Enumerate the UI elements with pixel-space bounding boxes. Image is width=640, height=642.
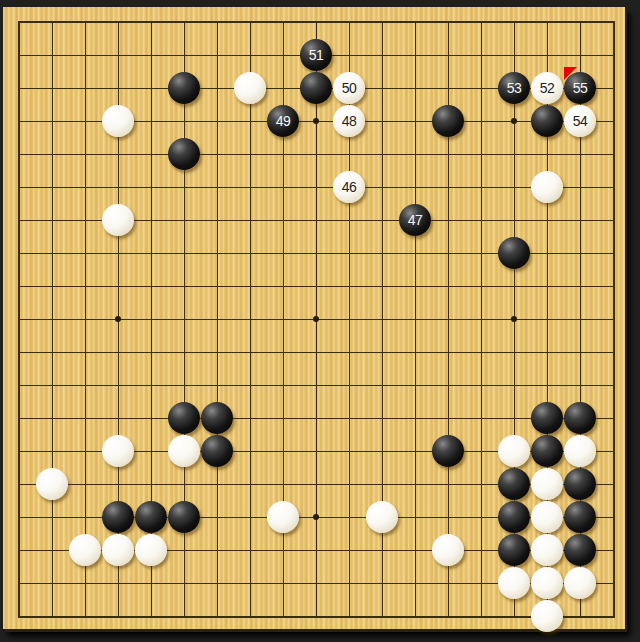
stone-black: [498, 501, 530, 533]
stone-white: [135, 534, 167, 566]
stone-black: [498, 534, 530, 566]
stone-black: [531, 435, 563, 467]
stone-white: [564, 435, 596, 467]
move-number: 49: [276, 114, 291, 128]
stone-white: [69, 534, 101, 566]
stone-white: [234, 72, 266, 104]
stone-black: [498, 468, 530, 500]
go-board[interactable]: 51505352554948544647: [3, 7, 625, 629]
stone-black: 51: [300, 39, 332, 71]
stone-white: 46: [333, 171, 365, 203]
move-number: 55: [573, 81, 588, 95]
stone-black: [201, 402, 233, 434]
stone-white: [102, 105, 134, 137]
stone-white: [531, 501, 563, 533]
move-number: 53: [507, 81, 522, 95]
move-number: 48: [342, 114, 357, 128]
stone-white: [531, 171, 563, 203]
stone-white: [531, 567, 563, 599]
stone-black: [168, 138, 200, 170]
stone-white: [498, 435, 530, 467]
last-move-marker: [564, 67, 577, 80]
stone-white: [267, 501, 299, 533]
move-number: 54: [573, 114, 588, 128]
stone-white: [531, 468, 563, 500]
stone-black: [564, 402, 596, 434]
move-number: 47: [408, 213, 423, 227]
stone-white: 48: [333, 105, 365, 137]
stone-black: [531, 105, 563, 137]
star-point: [511, 316, 517, 322]
stone-black: [201, 435, 233, 467]
stone-black: [564, 501, 596, 533]
star-point: [115, 316, 121, 322]
move-number: 46: [342, 180, 357, 194]
stone-black: [168, 72, 200, 104]
star-point: [313, 514, 319, 520]
stone-white: [531, 600, 563, 632]
stone-black: [135, 501, 167, 533]
stone-white: [498, 567, 530, 599]
move-number: 52: [540, 81, 555, 95]
stone-white: [102, 435, 134, 467]
stone-white: 50: [333, 72, 365, 104]
stone-black: [564, 468, 596, 500]
stone-black: [168, 402, 200, 434]
stone-white: 52: [531, 72, 563, 104]
move-number: 50: [342, 81, 357, 95]
stone-white: [36, 468, 68, 500]
stone-white: [102, 534, 134, 566]
stone-black: [300, 72, 332, 104]
star-point: [313, 316, 319, 322]
stone-black: [432, 435, 464, 467]
stone-white: 54: [564, 105, 596, 137]
star-point: [313, 118, 319, 124]
stone-black: [498, 237, 530, 269]
stone-white: [531, 534, 563, 566]
stone-black: [432, 105, 464, 137]
move-number: 51: [309, 48, 324, 62]
go-diagram: { "game": "go", "board": { "size": 19, "…: [0, 0, 640, 642]
stone-black: [168, 501, 200, 533]
stone-black: 49: [267, 105, 299, 137]
stone-white: [168, 435, 200, 467]
stone-black: [102, 501, 134, 533]
stone-black: [531, 402, 563, 434]
stone-white: [564, 567, 596, 599]
stone-black: 47: [399, 204, 431, 236]
stone-white: [366, 501, 398, 533]
stone-black: 53: [498, 72, 530, 104]
stone-white: [432, 534, 464, 566]
stone-black: [564, 534, 596, 566]
star-point: [511, 118, 517, 124]
stone-white: [102, 204, 134, 236]
